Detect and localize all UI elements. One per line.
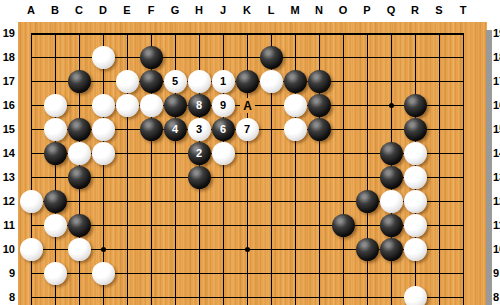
row-label-right: 10 (493, 243, 500, 255)
column-label: B (51, 4, 59, 16)
grid-line (367, 33, 368, 305)
column-label: K (243, 4, 251, 16)
column-label: J (220, 4, 226, 16)
row-label-right: 18 (493, 51, 500, 63)
white-stone (140, 94, 163, 117)
row-label-right: 14 (493, 147, 500, 159)
black-stone (68, 70, 91, 93)
column-label: T (460, 4, 467, 16)
row-label-left: 11 (0, 219, 15, 231)
row-label-right: 9 (493, 267, 500, 279)
column-label: F (148, 4, 155, 16)
black-stone (68, 214, 91, 237)
white-stone (404, 190, 427, 213)
column-label: R (411, 4, 419, 16)
column-label: A (27, 4, 35, 16)
column-label: G (171, 4, 180, 16)
row-label-right: 8 (493, 291, 500, 303)
row-label-right: 13 (493, 171, 500, 183)
white-stone (188, 70, 211, 93)
column-label: H (195, 4, 203, 16)
white-stone: 9 (212, 94, 235, 117)
grid-line (439, 33, 440, 305)
white-stone: 3 (188, 118, 211, 141)
white-stone (92, 46, 115, 69)
white-stone (116, 94, 139, 117)
white-stone (92, 94, 115, 117)
black-stone (164, 94, 187, 117)
column-label: C (75, 4, 83, 16)
white-stone (260, 70, 283, 93)
white-stone (284, 118, 307, 141)
column-label: S (435, 4, 442, 16)
white-stone: 7 (236, 118, 259, 141)
column-label: L (268, 4, 275, 16)
white-stone (92, 142, 115, 165)
black-stone (260, 46, 283, 69)
white-stone (284, 94, 307, 117)
black-stone (140, 46, 163, 69)
white-stone (68, 142, 91, 165)
black-stone: 2 (188, 142, 211, 165)
star-point (101, 247, 106, 252)
white-stone (92, 118, 115, 141)
black-stone (140, 118, 163, 141)
grid-line (463, 33, 464, 305)
black-stone (380, 166, 403, 189)
white-stone (404, 166, 427, 189)
star-point (389, 103, 394, 108)
black-stone (356, 238, 379, 261)
row-label-left: 9 (0, 267, 15, 279)
white-stone (20, 238, 43, 261)
white-stone (92, 262, 115, 285)
row-label-left: 14 (0, 147, 15, 159)
black-stone (404, 118, 427, 141)
grid-line (31, 33, 32, 305)
white-stone (404, 286, 427, 305)
row-label-left: 16 (0, 99, 15, 111)
black-stone (68, 118, 91, 141)
black-stone: 4 (164, 118, 187, 141)
black-stone (356, 190, 379, 213)
column-label: M (290, 4, 299, 16)
row-label-right: 17 (493, 75, 500, 87)
black-stone (380, 238, 403, 261)
row-label-left: 13 (0, 171, 15, 183)
white-stone (380, 190, 403, 213)
point-label-A: A (240, 98, 255, 113)
black-stone (44, 190, 67, 213)
grid-line (343, 33, 344, 305)
row-label-left: 18 (0, 51, 15, 63)
white-stone (404, 214, 427, 237)
black-stone (308, 94, 331, 117)
column-label: E (123, 4, 130, 16)
row-label-left: 10 (0, 243, 15, 255)
white-stone (212, 142, 235, 165)
white-stone (44, 262, 67, 285)
row-label-right: 12 (493, 195, 500, 207)
grid-line (31, 297, 464, 298)
white-stone (116, 70, 139, 93)
white-stone (404, 142, 427, 165)
black-stone (404, 94, 427, 117)
black-stone (284, 70, 307, 93)
row-label-right: 19 (493, 27, 500, 39)
column-label: D (99, 4, 107, 16)
white-stone (404, 238, 427, 261)
star-point (245, 247, 250, 252)
black-stone (236, 70, 259, 93)
column-label: N (315, 4, 323, 16)
row-label-left: 12 (0, 195, 15, 207)
black-stone (332, 214, 355, 237)
column-label: O (339, 4, 348, 16)
black-stone: 6 (212, 118, 235, 141)
row-label-left: 19 (0, 27, 15, 39)
black-stone (68, 166, 91, 189)
go-diagram: ABCDEFGHJKLMNOPQRST191918181717161615151… (0, 0, 500, 305)
white-stone: 1 (212, 70, 235, 93)
black-stone (308, 118, 331, 141)
row-label-left: 8 (0, 291, 15, 303)
white-stone (68, 238, 91, 261)
row-label-right: 16 (493, 99, 500, 111)
black-stone (44, 142, 67, 165)
white-stone (20, 190, 43, 213)
white-stone (44, 118, 67, 141)
board-drop-shadow (486, 30, 492, 305)
black-stone: 8 (188, 94, 211, 117)
black-stone (380, 142, 403, 165)
row-label-left: 17 (0, 75, 15, 87)
row-label-right: 15 (493, 123, 500, 135)
grid-line (31, 33, 464, 35)
white-stone: 5 (164, 70, 187, 93)
column-label: P (363, 4, 370, 16)
column-label: Q (387, 4, 396, 16)
black-stone (188, 166, 211, 189)
white-stone (44, 94, 67, 117)
black-stone (380, 214, 403, 237)
row-label-right: 11 (493, 219, 500, 231)
black-stone (308, 70, 331, 93)
row-label-left: 15 (0, 123, 15, 135)
black-stone (140, 70, 163, 93)
white-stone (44, 214, 67, 237)
